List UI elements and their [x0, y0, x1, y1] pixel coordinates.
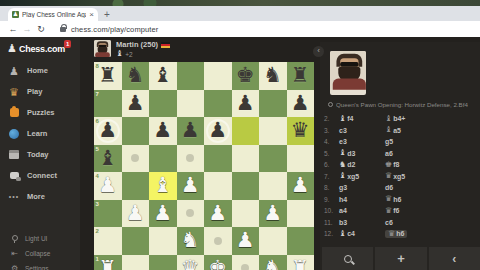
white-move-9[interactable]: h4: [339, 196, 381, 203]
refresh-icon[interactable]: ↻: [34, 24, 48, 34]
opening-book-icon: [328, 102, 333, 107]
move-text: c6: [385, 219, 393, 226]
move-number: 4.: [324, 138, 339, 145]
globe-icon: [8, 128, 20, 140]
legal-move-dot[interactable]: [131, 154, 139, 162]
germany-flag-icon: [161, 42, 170, 48]
square-e5[interactable]: [204, 145, 232, 173]
legal-move-dot[interactable]: [186, 209, 194, 217]
move-number: 11.: [324, 219, 339, 226]
square-g7[interactable]: [259, 90, 287, 118]
game-panel: ‹ Queen's Pawn Opening: Horwitz Defense,…: [320, 42, 480, 270]
search-icon: [344, 255, 352, 263]
square-g5[interactable]: [259, 145, 287, 173]
black-pawn-c6[interactable]: ♟: [153, 120, 172, 141]
white-pawn-a4[interactable]: ♟: [98, 175, 117, 196]
white-bishop-c4[interactable]: ♝: [153, 175, 172, 196]
square-e7[interactable]: [204, 90, 232, 118]
square-h7[interactable]: ♟: [287, 90, 315, 118]
square-h6[interactable]: ♛: [287, 117, 315, 145]
square-a5[interactable]: 5♝: [94, 145, 122, 173]
move-text: c4: [347, 230, 355, 237]
chat-icon: [8, 170, 20, 182]
panel-toolbar: +‹: [322, 247, 480, 270]
black-move-7[interactable]: ♛xg5: [385, 172, 427, 180]
sidebar-item-more[interactable]: •••More: [0, 186, 80, 207]
square-d8[interactable]: [177, 62, 205, 90]
move-piece-icon: ♞: [339, 161, 346, 169]
square-c3[interactable]: ♟: [149, 200, 177, 228]
browser-tab-bar: ♟ Play Chess Online Against the C × +: [0, 6, 480, 21]
opponent-avatar-large[interactable]: [330, 51, 366, 95]
move-text: a5: [393, 127, 401, 134]
move-piece-icon: ♝: [339, 230, 346, 238]
square-a6[interactable]: 6♟: [94, 117, 122, 145]
sidebar-nav: ♟Home♛PlayPuzzlesLearnTodayConnect•••Mor…: [0, 60, 80, 207]
square-b5[interactable]: [122, 145, 150, 173]
white-move-5[interactable]: ♝d3: [339, 149, 381, 157]
new-tab-button[interactable]: +: [104, 9, 110, 20]
opponent-avatar[interactable]: [94, 40, 111, 57]
move-piece-icon: ♛: [385, 195, 392, 203]
square-e1[interactable]: ♚: [204, 255, 232, 270]
white-pawn-f2[interactable]: ♟: [236, 230, 255, 251]
square-d1[interactable]: ♛: [177, 255, 205, 270]
square-a8[interactable]: 8♜: [94, 62, 122, 90]
square-h1[interactable]: ♜: [287, 255, 315, 270]
rank-label-6: 6: [96, 118, 99, 124]
search-button[interactable]: [322, 247, 373, 270]
square-b8[interactable]: ♞: [122, 62, 150, 90]
back-button[interactable]: ‹: [429, 247, 480, 270]
white-move-10[interactable]: a4: [339, 207, 381, 214]
move-number: 8.: [324, 184, 339, 191]
bulb-icon: [10, 234, 19, 243]
opponent-name[interactable]: Martin (250): [116, 40, 158, 49]
square-a7[interactable]: 7: [94, 90, 122, 118]
square-c8[interactable]: ♝: [149, 62, 177, 90]
move-text: a6: [385, 150, 393, 157]
sidebar-item-label: Connect: [27, 171, 57, 180]
black-knight-g8[interactable]: ♞: [263, 65, 282, 86]
white-knight-d2[interactable]: ♞: [181, 230, 200, 251]
square-g6[interactable]: [259, 117, 287, 145]
square-f2[interactable]: ♟: [232, 227, 260, 255]
white-knight-g1[interactable]: ♞: [263, 258, 282, 270]
square-b4[interactable]: [122, 172, 150, 200]
sidebar-item-home[interactable]: ♟Home: [0, 60, 80, 81]
rank-label-5: 5: [96, 146, 99, 152]
move-number: 9.: [324, 196, 339, 203]
collapse-icon: ⇤: [10, 249, 19, 258]
white-move-11[interactable]: b3: [339, 219, 381, 226]
move-text: g5: [385, 138, 393, 145]
square-e3[interactable]: ♟: [204, 200, 232, 228]
move-number: 12.: [324, 230, 339, 237]
square-a1[interactable]: 1♜: [94, 255, 122, 270]
white-rook-h1[interactable]: ♜: [291, 258, 310, 270]
move-text: b3: [339, 219, 347, 226]
logo-pawn-icon: ♟: [7, 43, 17, 54]
black-bishop-c8[interactable]: ♝: [153, 65, 172, 86]
square-b2[interactable]: [122, 227, 150, 255]
move-text: h4: [339, 196, 347, 203]
move-piece-icon: ♛: [385, 172, 392, 180]
square-g2[interactable]: [259, 227, 287, 255]
move-row-8: 8.g3d6: [320, 182, 480, 194]
black-pawn-h7[interactable]: ♟: [291, 93, 310, 114]
move-text: b4+: [393, 115, 405, 122]
gear-icon: ⚙: [10, 264, 19, 270]
square-f7[interactable]: ♟: [232, 90, 260, 118]
white-queen-d1[interactable]: ♛: [181, 258, 200, 270]
black-move-5[interactable]: a6: [385, 150, 427, 157]
black-rook-h8[interactable]: ♜: [291, 65, 310, 86]
white-pawn-h4[interactable]: ♟: [291, 175, 310, 196]
move-text: d6: [385, 184, 393, 191]
white-move-8[interactable]: g3: [339, 184, 381, 191]
square-f6[interactable]: [232, 117, 260, 145]
black-queen-h6[interactable]: ♛: [291, 120, 310, 141]
square-e8[interactable]: [204, 62, 232, 90]
chess-board[interactable]: 8♜♞♝♚♞♜7♟♟♟6♟♟♟♟♛5♝4♟♝♟♟3♟♟♟♟2♞♟1♜♛♚♞♜: [94, 62, 314, 270]
square-h3[interactable]: [287, 200, 315, 228]
legal-move-dot[interactable]: [186, 154, 194, 162]
white-move-2[interactable]: ♝f4: [339, 115, 381, 123]
move-text: e3: [339, 138, 347, 145]
move-row-6: 6.♞d2♚f8: [320, 159, 480, 171]
sidebar-item-connect[interactable]: Connect: [0, 165, 80, 186]
white-move-7[interactable]: ♝xg5: [339, 172, 381, 180]
square-g1[interactable]: ♞: [259, 255, 287, 270]
puzzle-icon: [8, 107, 20, 119]
square-h8[interactable]: ♜: [287, 62, 315, 90]
legal-move-dot[interactable]: [214, 237, 222, 245]
sidebar-footer-label: Settings: [25, 265, 49, 270]
square-f5[interactable]: [232, 145, 260, 173]
move-list: 2.♝f4♝b4+3.c3♝a54.e3g55.♝d3a66.♞d2♚f87.♝…: [320, 113, 480, 240]
sidebar-item-today[interactable]: Today: [0, 144, 80, 165]
url-text[interactable]: chess.com/play/computer: [71, 25, 158, 34]
move-text: xg5: [393, 173, 405, 180]
black-pawn-a6[interactable]: ♟: [98, 120, 117, 141]
square-e6[interactable]: ♟: [204, 117, 232, 145]
sidebar-item-label: More: [27, 192, 45, 201]
square-g4[interactable]: [259, 172, 287, 200]
rank-label-1: 1: [96, 256, 99, 262]
move-piece-icon: ♝: [385, 115, 392, 123]
move-text: f6: [393, 207, 399, 214]
move-text: d3: [347, 150, 355, 157]
move-row-12: 12.♝c4♛h6: [320, 228, 480, 240]
square-h2[interactable]: [287, 227, 315, 255]
move-text: f8: [393, 161, 399, 168]
square-f4[interactable]: [232, 172, 260, 200]
square-d5[interactable]: [177, 145, 205, 173]
sidebar-footer-light-ui[interactable]: Light UI: [0, 231, 80, 246]
sidebar-item-label: Today: [27, 150, 49, 159]
black-king-f8[interactable]: ♚: [236, 65, 255, 86]
black-move-3[interactable]: ♝a5: [385, 126, 427, 134]
move-piece-icon: ♛: [388, 230, 395, 238]
close-tab-icon[interactable]: ×: [89, 11, 94, 19]
move-text: g3: [339, 184, 347, 191]
move-text: f4: [347, 115, 353, 122]
forward-icon[interactable]: →: [20, 24, 34, 34]
white-move-4[interactable]: e3: [339, 138, 381, 145]
captured-bishop-icon: ♝: [116, 50, 123, 58]
sidebar-item-label: Puzzles: [27, 108, 55, 117]
move-number: 2.: [324, 115, 339, 122]
square-b3[interactable]: ♟: [122, 200, 150, 228]
panel-collapse-button[interactable]: ‹: [313, 46, 324, 57]
browser-tab[interactable]: ♟ Play Chess Online Against the C ×: [8, 8, 98, 21]
move-row-4: 4.e3g5: [320, 136, 480, 148]
square-c5[interactable]: [149, 145, 177, 173]
black-pawn-d6[interactable]: ♟: [181, 120, 200, 141]
rank-label-2: 2: [96, 228, 99, 234]
chesscom-favicon-icon: ♟: [12, 11, 19, 18]
move-piece-icon: ♝: [339, 115, 346, 123]
white-pawn-e3[interactable]: ♟: [208, 203, 227, 224]
square-e2[interactable]: [204, 227, 232, 255]
sidebar-footer-label: Collapse: [25, 250, 50, 257]
square-d2[interactable]: ♞: [177, 227, 205, 255]
move-text: xg5: [347, 173, 359, 180]
black-move-2[interactable]: ♝b4+: [385, 115, 427, 123]
square-a3[interactable]: 3: [94, 200, 122, 228]
black-rook-a8[interactable]: ♜: [98, 65, 117, 86]
opening-name: Queen's Pawn Opening: Horwitz Defense, 2…: [336, 101, 468, 108]
martin-bot-avatar-art: [94, 40, 111, 57]
legal-move-dot[interactable]: [241, 264, 249, 270]
move-text: h6: [396, 230, 404, 237]
move-text: c3: [339, 127, 347, 134]
opening-name-row: Queen's Pawn Opening: Horwitz Defense, 2…: [328, 101, 476, 108]
move-text: h6: [393, 196, 401, 203]
sidebar-footer-collapse[interactable]: ⇤Collapse: [0, 246, 80, 261]
move-piece-icon: ♛: [385, 207, 392, 215]
rank-label-8: 8: [96, 63, 99, 69]
browser-url-bar: ← → ↻ chess.com/play/computer: [0, 21, 480, 37]
move-piece-icon: ♝: [339, 172, 346, 180]
square-d4[interactable]: ♟: [177, 172, 205, 200]
move-row-3: 3.c3♝a5: [320, 125, 480, 137]
chevron-left-icon: ‹: [452, 253, 456, 265]
square-c7[interactable]: [149, 90, 177, 118]
white-move-3[interactable]: c3: [339, 127, 381, 134]
square-c1[interactable]: [149, 255, 177, 270]
square-a4[interactable]: 4♟: [94, 172, 122, 200]
square-d3[interactable]: [177, 200, 205, 228]
black-move-9[interactable]: ♛h6: [385, 195, 427, 203]
square-f3[interactable]: [232, 200, 260, 228]
sidebar-footer-label: Light UI: [25, 235, 47, 242]
sidebar-item-label: Play: [27, 87, 42, 96]
martin-bot-avatar-art: [330, 51, 366, 90]
square-g3[interactable]: ♟: [259, 200, 287, 228]
black-bishop-a5[interactable]: ♝: [98, 148, 117, 169]
black-pawn-b7[interactable]: ♟: [126, 93, 145, 114]
trophy-icon: ♛: [8, 86, 20, 98]
square-b6[interactable]: [122, 117, 150, 145]
black-pawn-f7[interactable]: ♟: [236, 93, 255, 114]
move-row-10: 10.a4♛f6: [320, 205, 480, 217]
move-text: d2: [347, 161, 355, 168]
move-number: 6.: [324, 161, 339, 168]
square-d6[interactable]: ♟: [177, 117, 205, 145]
white-move-12[interactable]: ♝c4: [339, 230, 381, 238]
square-f1[interactable]: [232, 255, 260, 270]
move-piece-icon: ♝: [339, 149, 346, 157]
opponent-player-bar: Martin (250) ♝ +2: [94, 40, 170, 58]
sidebar-item-label: Learn: [27, 129, 47, 138]
square-f8[interactable]: ♚: [232, 62, 260, 90]
new-game-button[interactable]: +: [375, 247, 426, 270]
square-e4[interactable]: [204, 172, 232, 200]
black-move-10[interactable]: ♛f6: [385, 207, 427, 215]
move-row-9: 9.h4♛h6: [320, 194, 480, 206]
move-number: 3.: [324, 127, 339, 134]
sidebar-item-label: Home: [27, 66, 48, 75]
black-move-6[interactable]: ♚f8: [385, 161, 427, 169]
back-icon[interactable]: ←: [6, 24, 20, 34]
white-move-6[interactable]: ♞d2: [339, 161, 381, 169]
chesscom-logo[interactable]: ♟ Chess.com 1: [0, 37, 80, 60]
move-row-2: 2.♝f4♝b4+: [320, 113, 480, 125]
move-row-5: 5.♝d3a6: [320, 148, 480, 160]
move-row-11: 11.b3c6: [320, 217, 480, 229]
square-h5[interactable]: [287, 145, 315, 173]
black-move-12[interactable]: ♛h6: [385, 230, 407, 238]
square-a2[interactable]: 2: [94, 227, 122, 255]
white-rook-a1[interactable]: ♜: [98, 258, 117, 270]
white-pawn-c3[interactable]: ♟: [153, 203, 172, 224]
black-move-8[interactable]: d6: [385, 184, 427, 191]
move-text: a4: [339, 207, 347, 214]
notification-badge: 1: [64, 40, 71, 48]
square-c4[interactable]: ♝: [149, 172, 177, 200]
move-row-7: 7.♝xg5♛xg5: [320, 171, 480, 183]
black-move-4[interactable]: g5: [385, 138, 427, 145]
square-b1[interactable]: [122, 255, 150, 270]
square-b7[interactable]: ♟: [122, 90, 150, 118]
sidebar-item-learn[interactable]: Learn: [0, 123, 80, 144]
move-piece-icon: ♝: [385, 126, 392, 134]
plus-icon: +: [397, 252, 405, 265]
square-c6[interactable]: ♟: [149, 117, 177, 145]
black-knight-b8[interactable]: ♞: [126, 65, 145, 86]
ellipsis-icon: •••: [8, 191, 20, 203]
sidebar-footer: Light UI⇤Collapse⚙Settings: [0, 231, 80, 270]
sidebar-item-play[interactable]: ♛Play: [0, 81, 80, 102]
sidebar: ♟ Chess.com 1 ♟Home♛PlayPuzzlesLearnToda…: [0, 37, 80, 270]
square-d7[interactable]: [177, 90, 205, 118]
square-c2[interactable]: [149, 227, 177, 255]
white-king-e1[interactable]: ♚: [208, 258, 227, 270]
white-pawn-d4[interactable]: ♟: [181, 175, 200, 196]
page-content: ♟ Chess.com 1 ♟Home♛PlayPuzzlesLearnToda…: [0, 37, 480, 270]
sidebar-item-puzzles[interactable]: Puzzles: [0, 102, 80, 123]
rank-label-7: 7: [96, 91, 99, 97]
move-piece-icon: ♚: [385, 161, 392, 169]
pawn-icon: ♟: [8, 65, 20, 77]
square-g8[interactable]: ♞: [259, 62, 287, 90]
move-number: 5.: [324, 150, 339, 157]
tab-title: Play Chess Online Against the C: [22, 11, 86, 18]
square-h4[interactable]: ♟: [287, 172, 315, 200]
lock-icon[interactable]: [60, 27, 66, 32]
material-score: +2: [125, 51, 132, 58]
white-pawn-g3[interactable]: ♟: [263, 203, 282, 224]
calendar-icon: [8, 149, 20, 161]
black-move-11[interactable]: c6: [385, 219, 427, 226]
screen: ♟ Play Chess Online Against the C × + ← …: [0, 0, 480, 270]
sidebar-footer-settings[interactable]: ⚙Settings: [0, 261, 80, 270]
rank-label-4: 4: [96, 173, 99, 179]
move-number: 7.: [324, 173, 339, 180]
black-pawn-e6[interactable]: ♟: [208, 120, 227, 141]
white-pawn-b3[interactable]: ♟: [126, 203, 145, 224]
move-number: 10.: [324, 207, 339, 214]
rank-label-3: 3: [96, 201, 99, 207]
